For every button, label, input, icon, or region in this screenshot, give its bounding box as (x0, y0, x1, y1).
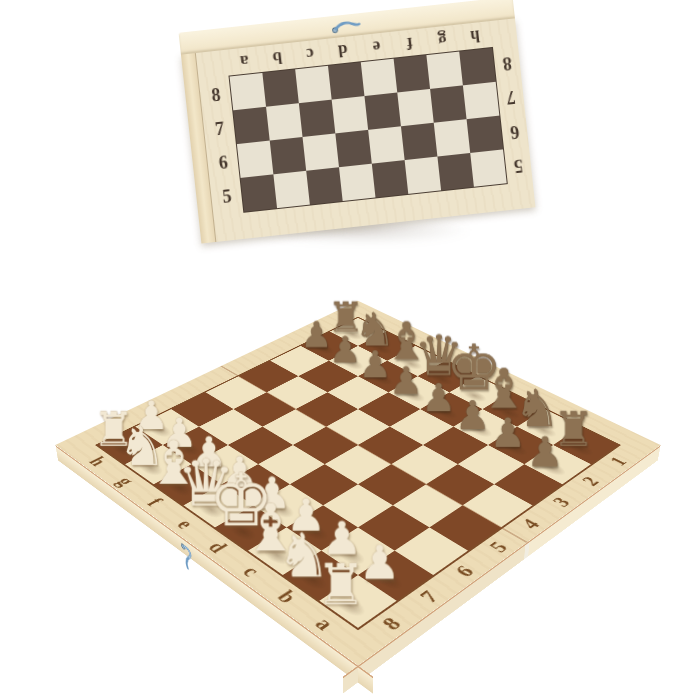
box-body: abcdefgh 8765 8765 (181, 18, 536, 243)
file-label: d (325, 35, 361, 64)
rank-label: 7 (497, 79, 526, 116)
file-label: b (260, 43, 296, 72)
rank-label: 8 (201, 77, 232, 114)
rook-glyph: ♜ (313, 556, 368, 612)
box-face: abcdefgh 8765 8765 (196, 18, 536, 242)
chess-board: hgfedcba 12345678 ♜♞♝♚♛♝♞♜♟♟♟♟♟♟♟♟♜♞♝♚♛♝… (55, 301, 660, 666)
rank-label: 5 (504, 147, 533, 184)
white-pawn[interactable]: ♟ (358, 551, 433, 601)
product-photo: hgfedcba 12345678 ♜♞♝♚♛♝♞♜♟♟♟♟♟♟♟♟♜♞♝♚♛♝… (0, 0, 700, 700)
file-label: a (227, 46, 263, 75)
latch-hook-icon[interactable] (180, 540, 194, 579)
rank-label: 6 (500, 113, 529, 150)
file-label: c (293, 39, 329, 68)
pawn-glyph: ♟ (521, 431, 569, 472)
file-label: e (358, 32, 394, 61)
rank-label: 5 (212, 179, 243, 216)
rank-label: 8 (493, 45, 522, 82)
rank-label: 6 (208, 145, 239, 182)
file-label: h (457, 21, 493, 50)
closed-chess-box: abcdefgh 8765 8765 (179, 0, 536, 244)
rank-label: 7 (204, 111, 235, 148)
box-checkerboard (228, 47, 507, 213)
file-label: g (424, 25, 460, 54)
file-label: f (391, 28, 427, 57)
